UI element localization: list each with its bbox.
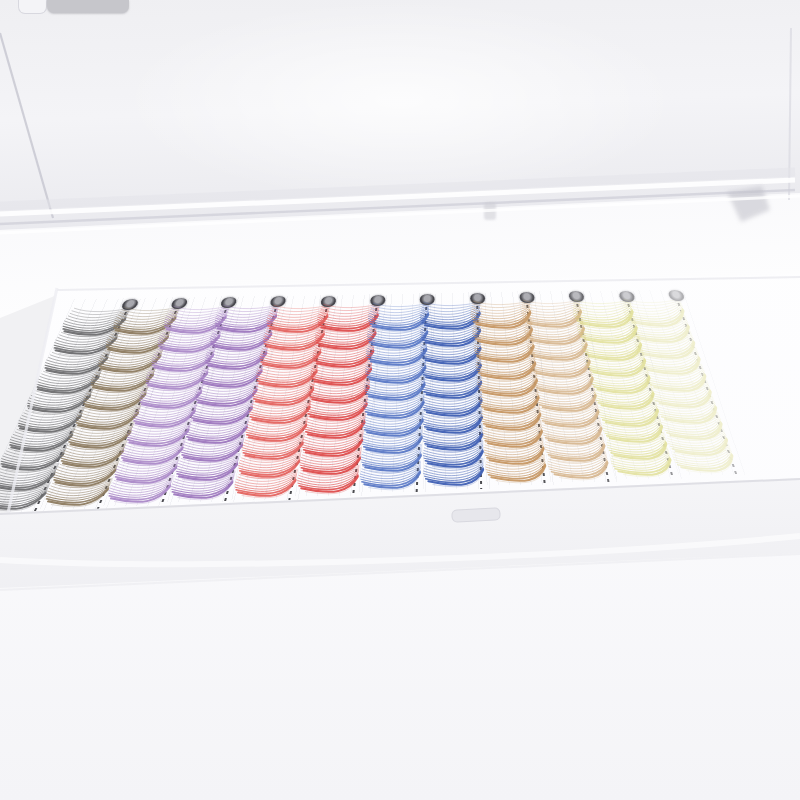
lash-fan: [603, 445, 676, 481]
lash-fan: [542, 448, 612, 484]
lash-fan: [664, 441, 740, 477]
lash-fan: [292, 462, 360, 498]
lash-fan: [419, 455, 484, 491]
lash-fan: [228, 465, 299, 501]
lash-case-photo: [0, 0, 800, 800]
lash-fan: [480, 451, 548, 487]
lash-fan: [164, 469, 237, 505]
lash-fan: [356, 458, 422, 494]
